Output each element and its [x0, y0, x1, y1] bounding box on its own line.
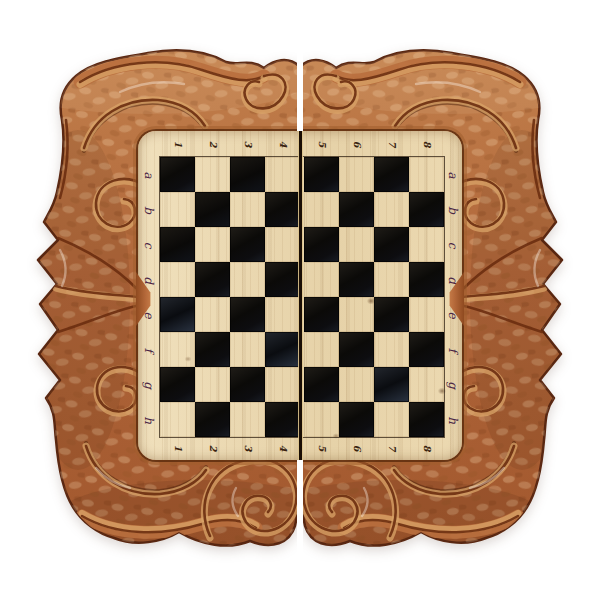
- fold-seam: [298, 131, 303, 460]
- square-b1[interactable]: [160, 192, 195, 227]
- square-f2[interactable]: [195, 332, 230, 367]
- square-e7[interactable]: [374, 297, 409, 332]
- square-c8[interactable]: [409, 227, 444, 262]
- square-d6[interactable]: [339, 262, 374, 297]
- square-c2[interactable]: [195, 227, 230, 262]
- square-c7[interactable]: [374, 227, 409, 262]
- file-label-bottom-8: 8: [417, 438, 437, 458]
- square-f4[interactable]: [265, 332, 300, 367]
- square-a8[interactable]: [409, 157, 444, 192]
- square-e2[interactable]: [195, 297, 230, 332]
- square-e3[interactable]: [230, 297, 265, 332]
- rank-label-right-b: b: [443, 200, 463, 220]
- square-b7[interactable]: [374, 192, 409, 227]
- square-h5[interactable]: [304, 402, 339, 437]
- square-f8[interactable]: [409, 332, 444, 367]
- square-c4[interactable]: [265, 227, 300, 262]
- square-e1[interactable]: [160, 297, 195, 332]
- square-g4[interactable]: [265, 367, 300, 402]
- rank-label-left-a: a: [139, 165, 159, 185]
- square-c3[interactable]: [230, 227, 265, 262]
- file-label-bottom-3: 3: [238, 438, 258, 458]
- file-label-bottom-4: 4: [273, 438, 293, 458]
- square-e5[interactable]: [304, 297, 339, 332]
- file-label-top-7: 7: [382, 134, 402, 154]
- file-label-bottom-2: 2: [203, 438, 223, 458]
- square-a6[interactable]: [339, 157, 374, 192]
- square-g1[interactable]: [160, 367, 195, 402]
- square-b5[interactable]: [304, 192, 339, 227]
- file-label-bottom-1: 1: [168, 438, 188, 458]
- file-label-top-2: 2: [203, 134, 223, 154]
- square-g5[interactable]: [304, 367, 339, 402]
- square-g3[interactable]: [230, 367, 265, 402]
- rank-label-left-b: b: [139, 200, 159, 220]
- file-label-top-6: 6: [347, 134, 367, 154]
- square-h1[interactable]: [160, 402, 195, 437]
- square-a3[interactable]: [230, 157, 265, 192]
- square-g6[interactable]: [339, 367, 374, 402]
- file-label-top-4: 4: [273, 134, 293, 154]
- square-f7[interactable]: [374, 332, 409, 367]
- square-a7[interactable]: [374, 157, 409, 192]
- square-e8[interactable]: [409, 297, 444, 332]
- rank-label-right-c: c: [443, 235, 463, 255]
- square-f6[interactable]: [339, 332, 374, 367]
- square-c5[interactable]: [304, 227, 339, 262]
- square-a5[interactable]: [304, 157, 339, 192]
- square-h8[interactable]: [409, 402, 444, 437]
- square-a4[interactable]: [265, 157, 300, 192]
- square-b8[interactable]: [409, 192, 444, 227]
- square-b4[interactable]: [265, 192, 300, 227]
- square-h6[interactable]: [339, 402, 374, 437]
- rank-label-right-f: f: [443, 340, 463, 360]
- square-h4[interactable]: [265, 402, 300, 437]
- file-label-bottom-6: 6: [347, 438, 367, 458]
- hinge-gap-bottom: [297, 460, 303, 555]
- square-d1[interactable]: [160, 262, 195, 297]
- square-g8[interactable]: [409, 367, 444, 402]
- rank-label-right-h: h: [443, 410, 463, 430]
- square-e4[interactable]: [265, 297, 300, 332]
- square-e6[interactable]: [339, 297, 374, 332]
- square-b2[interactable]: [195, 192, 230, 227]
- square-d7[interactable]: [374, 262, 409, 297]
- square-d8[interactable]: [409, 262, 444, 297]
- square-g7[interactable]: [374, 367, 409, 402]
- rank-label-left-c: c: [139, 235, 159, 255]
- file-label-bottom-5: 5: [312, 438, 332, 458]
- product-photo-stage: 11aa22bb33cc44dd55ee66ff77gg88hh: [0, 0, 600, 600]
- file-label-top-8: 8: [417, 134, 437, 154]
- square-a1[interactable]: [160, 157, 195, 192]
- square-f1[interactable]: [160, 332, 195, 367]
- square-g2[interactable]: [195, 367, 230, 402]
- square-c6[interactable]: [339, 227, 374, 262]
- square-f5[interactable]: [304, 332, 339, 367]
- square-d4[interactable]: [265, 262, 300, 297]
- square-b6[interactable]: [339, 192, 374, 227]
- file-label-top-5: 5: [312, 134, 332, 154]
- rank-label-right-g: g: [443, 375, 463, 395]
- file-label-top-1: 1: [168, 134, 188, 154]
- square-b3[interactable]: [230, 192, 265, 227]
- square-d5[interactable]: [304, 262, 339, 297]
- file-label-top-3: 3: [238, 134, 258, 154]
- square-d2[interactable]: [195, 262, 230, 297]
- square-c1[interactable]: [160, 227, 195, 262]
- rank-label-right-a: a: [443, 165, 463, 185]
- file-label-bottom-7: 7: [382, 438, 402, 458]
- rank-label-left-f: f: [139, 340, 159, 360]
- rank-label-left-h: h: [139, 410, 159, 430]
- square-h3[interactable]: [230, 402, 265, 437]
- square-h2[interactable]: [195, 402, 230, 437]
- rank-label-left-g: g: [139, 375, 159, 395]
- square-f3[interactable]: [230, 332, 265, 367]
- hinge-gap-top: [297, 50, 303, 131]
- square-d3[interactable]: [230, 262, 265, 297]
- square-a2[interactable]: [195, 157, 230, 192]
- square-h7[interactable]: [374, 402, 409, 437]
